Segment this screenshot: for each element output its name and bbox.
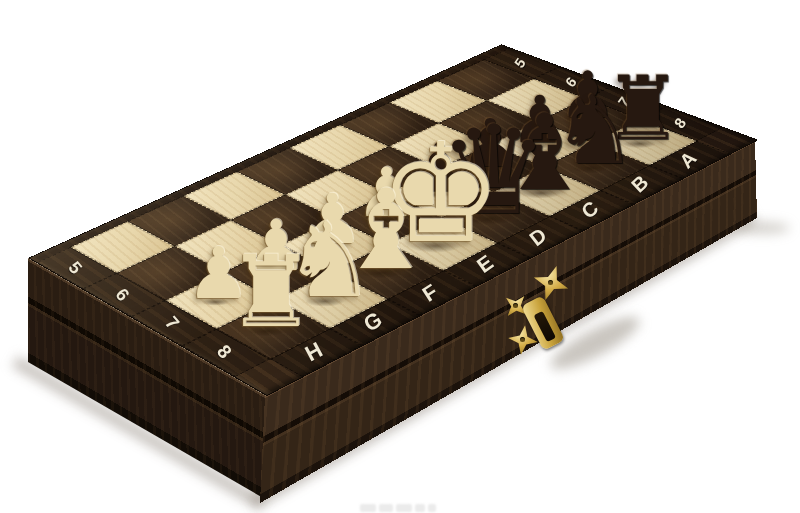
cropped-watermark bbox=[360, 504, 450, 513]
product-photo-stage: HGFEDCBA56785678 ♜♞♝♛♟♟♟♟♚♝♞♜♟♟♟♟ bbox=[0, 0, 800, 513]
clasp-screw-icon bbox=[548, 280, 553, 285]
brass-clasp bbox=[503, 265, 579, 363]
clasp-screw-icon bbox=[513, 303, 518, 308]
piece-white-rook-h8[interactable]: ♜ bbox=[227, 243, 316, 342]
clasp-hasp-slot bbox=[534, 311, 557, 342]
clasp-screw-icon bbox=[520, 337, 525, 342]
